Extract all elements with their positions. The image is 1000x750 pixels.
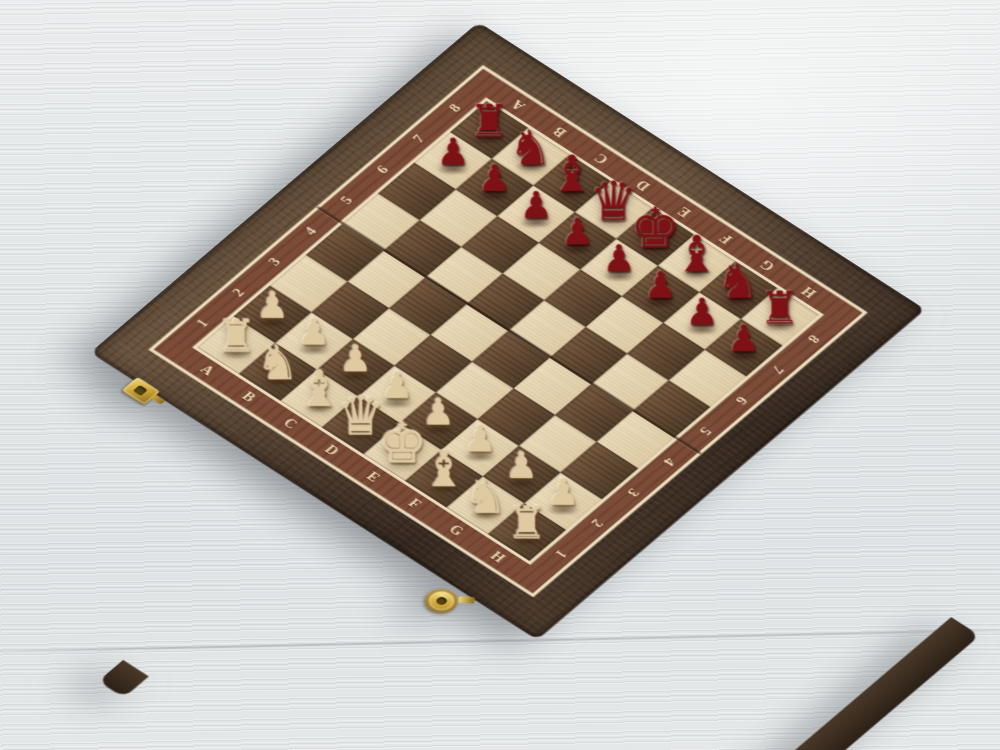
plank-seam <box>0 628 1000 654</box>
coord-rank-7-right: 7 <box>748 349 807 391</box>
coord-rank-4-right: 4 <box>640 441 699 483</box>
photo-canvas: ♜♞♝♛♚♝♞♜♟♟♟♟♟♟♟♟♟♟♟♟♟♟♟♟♜♞♝♛♚♝♞♜ ABCDEFG… <box>0 0 1000 750</box>
coord-rank-3-right: 3 <box>604 472 663 514</box>
coord-rank-2-right: 2 <box>568 502 627 544</box>
coord-rank-5-right: 5 <box>676 410 735 452</box>
coord-rank-6-right: 6 <box>712 379 771 421</box>
